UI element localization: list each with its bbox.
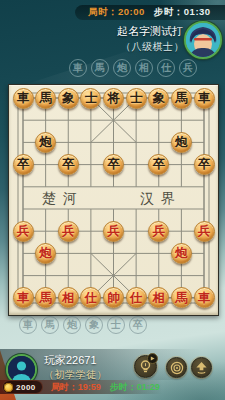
captured-tray-opponent: 車馬炮相仕兵 xyxy=(69,59,197,77)
opponent-timer-bar: 局时：20:00 步时：01:30 xyxy=(75,5,225,20)
opponent-game-time: 局时：20:00 xyxy=(88,6,145,19)
target-icon xyxy=(170,361,184,375)
piece-black-炮[interactable]: 炮 xyxy=(35,132,56,153)
piece-black-卒[interactable]: 卒 xyxy=(103,154,124,175)
record-button[interactable] xyxy=(166,357,187,378)
piece-black-卒[interactable]: 卒 xyxy=(13,154,34,175)
captured-slot-opponent: 馬 xyxy=(91,59,109,77)
piece-black-車[interactable]: 車 xyxy=(13,88,34,109)
piece-black-卒[interactable]: 卒 xyxy=(58,154,79,175)
opponent-avatar[interactable] xyxy=(184,21,222,59)
player-status-strip: 2000 局时：19:59 步时：01:29 xyxy=(0,380,162,394)
piece-red-車[interactable]: 車 xyxy=(194,287,215,308)
piece-black-士[interactable]: 士 xyxy=(126,88,147,109)
play-icon xyxy=(150,356,155,361)
captured-slot-player: 士 xyxy=(107,316,125,334)
piece-red-馬[interactable]: 馬 xyxy=(171,287,192,308)
player-game-time: 局时：19:59 xyxy=(51,381,101,394)
captured-slot-opponent: 兵 xyxy=(179,59,197,77)
piece-red-車[interactable]: 車 xyxy=(13,287,34,308)
xiangqi-board[interactable]: 楚河 汉界 車馬象士将士象馬車炮炮卒卒卒卒卒兵兵兵兵兵炮炮車馬相仕帥仕相馬車 xyxy=(8,84,219,316)
piece-black-卒[interactable]: 卒 xyxy=(194,154,215,175)
opponent-move-time: 步时：01:30 xyxy=(154,6,211,19)
opponent-rank-badge: （八级棋士） xyxy=(121,40,184,54)
captured-slot-opponent: 炮 xyxy=(113,59,131,77)
surrender-button[interactable] xyxy=(191,357,212,378)
piece-red-炮[interactable]: 炮 xyxy=(35,243,56,264)
player-move-time: 步时：01:29 xyxy=(110,381,160,394)
pieces-layer: 車馬象士将士象馬車炮炮卒卒卒卒卒兵兵兵兵兵炮炮車馬相仕帥仕相馬車 xyxy=(9,85,218,315)
piece-black-馬[interactable]: 馬 xyxy=(35,88,56,109)
game-screen: 局时：20:00 步时：01:30 起名字测试打 （八级棋士） 車馬炮相仕兵 xyxy=(0,0,225,400)
coin-pill[interactable]: 2000 xyxy=(2,380,43,394)
hint-video-badge xyxy=(147,353,158,364)
piece-red-兵[interactable]: 兵 xyxy=(103,221,124,242)
piece-red-兵[interactable]: 兵 xyxy=(58,221,79,242)
piece-red-仕[interactable]: 仕 xyxy=(126,287,147,308)
piece-black-士[interactable]: 士 xyxy=(80,88,101,109)
captured-slot-player: 馬 xyxy=(41,316,59,334)
arrow-up-icon xyxy=(195,361,208,374)
captured-slot-player: 車 xyxy=(19,316,37,334)
piece-red-兵[interactable]: 兵 xyxy=(194,221,215,242)
piece-black-卒[interactable]: 卒 xyxy=(148,154,169,175)
piece-red-相[interactable]: 相 xyxy=(148,287,169,308)
piece-red-炮[interactable]: 炮 xyxy=(171,243,192,264)
piece-black-馬[interactable]: 馬 xyxy=(171,88,192,109)
piece-black-象[interactable]: 象 xyxy=(58,88,79,109)
captured-slot-opponent: 車 xyxy=(69,59,87,77)
piece-red-仕[interactable]: 仕 xyxy=(80,287,101,308)
captured-slot-opponent: 仕 xyxy=(157,59,175,77)
piece-black-炮[interactable]: 炮 xyxy=(171,132,192,153)
captured-slot-player: 象 xyxy=(85,316,103,334)
captured-tray-player: 車馬炮象士卒 xyxy=(19,316,147,334)
piece-red-相[interactable]: 相 xyxy=(58,287,79,308)
piece-red-兵[interactable]: 兵 xyxy=(13,221,34,242)
person-icon xyxy=(8,356,35,383)
piece-black-将[interactable]: 将 xyxy=(103,88,124,109)
captured-slot-player: 炮 xyxy=(63,316,81,334)
anime-avatar-icon xyxy=(186,23,220,57)
coin-icon xyxy=(4,383,13,392)
captured-slot-opponent: 相 xyxy=(135,59,153,77)
player-name: 玩家22671 xyxy=(44,353,97,368)
piece-red-兵[interactable]: 兵 xyxy=(148,221,169,242)
hint-button[interactable] xyxy=(134,355,157,378)
piece-black-車[interactable]: 車 xyxy=(194,88,215,109)
opponent-name: 起名字测试打 xyxy=(117,24,183,39)
piece-red-馬[interactable]: 馬 xyxy=(35,287,56,308)
piece-black-象[interactable]: 象 xyxy=(148,88,169,109)
captured-slot-player: 卒 xyxy=(129,316,147,334)
coin-amount: 2000 xyxy=(16,383,36,392)
piece-red-帥[interactable]: 帥 xyxy=(103,287,124,308)
